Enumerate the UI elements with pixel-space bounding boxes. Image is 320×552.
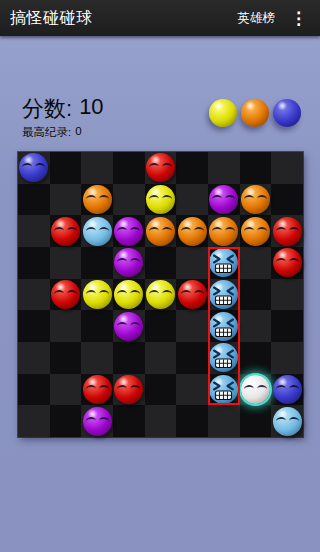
closed-eye-icon — [244, 385, 255, 394]
board-cell[interactable] — [240, 279, 272, 311]
closed-eye-icon — [149, 195, 160, 204]
closed-eye-icon — [244, 226, 255, 235]
closed-eye-icon — [212, 195, 223, 204]
closed-eye-icon — [212, 226, 223, 235]
ball-red[interactable] — [273, 217, 302, 246]
closed-eye-icon — [67, 226, 78, 235]
grimace-face-icon — [209, 343, 238, 372]
ball-grimace-blue[interactable] — [209, 312, 238, 341]
ball-orange[interactable] — [209, 217, 238, 246]
board-cell[interactable] — [208, 405, 240, 437]
closed-eye-icon — [149, 226, 160, 235]
board-cell[interactable] — [50, 310, 82, 342]
board-cell[interactable] — [240, 342, 272, 374]
board-cell[interactable] — [18, 310, 50, 342]
board-cell[interactable] — [271, 152, 303, 184]
ball-orange[interactable] — [241, 217, 270, 246]
board-cell[interactable] — [145, 152, 177, 184]
board-cell[interactable] — [145, 247, 177, 279]
board-cell[interactable] — [208, 152, 240, 184]
ball-purple[interactable] — [209, 185, 238, 214]
closed-eye-icon — [275, 385, 286, 394]
closed-eye-icon — [117, 385, 128, 394]
ball-orange[interactable] — [241, 185, 270, 214]
closed-eye-icon — [117, 321, 128, 330]
board-cell[interactable] — [240, 310, 272, 342]
record-value: 0 — [75, 125, 81, 140]
record-label: 最高纪录: — [22, 125, 71, 140]
board-cell[interactable] — [240, 215, 272, 247]
board-cell[interactable] — [145, 215, 177, 247]
grimace-face-icon — [209, 375, 238, 404]
closed-eye-icon — [180, 226, 191, 235]
board-cell[interactable] — [81, 215, 113, 247]
board-cell[interactable] — [176, 215, 208, 247]
ball-red[interactable] — [146, 153, 175, 182]
closed-eye-icon — [85, 290, 96, 299]
ball-orange[interactable] — [146, 217, 175, 246]
board-cell[interactable] — [145, 310, 177, 342]
board-cell[interactable] — [81, 184, 113, 216]
ball-purple[interactable] — [114, 217, 143, 246]
board-cell[interactable] — [145, 342, 177, 374]
closed-eye-icon — [288, 385, 299, 394]
closed-eye-icon — [162, 226, 173, 235]
game-board — [18, 152, 303, 437]
ball-red[interactable] — [114, 375, 143, 404]
board-cell[interactable] — [81, 374, 113, 406]
board-cell[interactable] — [113, 342, 145, 374]
ball-red[interactable] — [178, 280, 207, 309]
board-cell[interactable] — [113, 152, 145, 184]
board-cell[interactable] — [81, 310, 113, 342]
board-cell[interactable] — [271, 184, 303, 216]
board-cell[interactable] — [113, 405, 145, 437]
board-cell[interactable] — [18, 342, 50, 374]
closed-eye-icon — [85, 385, 96, 394]
board-cell[interactable] — [145, 279, 177, 311]
closed-eye-icon — [85, 416, 96, 425]
board-cell[interactable] — [81, 405, 113, 437]
closed-eye-icon — [275, 416, 286, 425]
closed-eye-icon — [193, 226, 204, 235]
closed-eye-icon — [130, 321, 141, 330]
closed-eye-icon — [257, 385, 268, 394]
closed-eye-icon — [35, 163, 46, 172]
closed-eye-icon — [130, 290, 141, 299]
board-cell[interactable] — [18, 247, 50, 279]
board-cell[interactable] — [271, 374, 303, 406]
closed-eye-icon — [162, 290, 173, 299]
board-cell[interactable] — [81, 279, 113, 311]
board-cell[interactable] — [240, 184, 272, 216]
closed-eye-icon — [162, 195, 173, 204]
board-cell[interactable] — [81, 247, 113, 279]
board-cell[interactable] — [176, 374, 208, 406]
closed-eye-icon — [180, 290, 191, 299]
ball-red[interactable] — [51, 217, 80, 246]
closed-eye-icon — [257, 226, 268, 235]
app-title: 搞怪碰碰球 — [10, 8, 93, 29]
board-cell[interactable] — [176, 247, 208, 279]
board-cell[interactable] — [271, 215, 303, 247]
ball-yellow[interactable] — [146, 185, 175, 214]
closed-eye-icon — [130, 226, 141, 235]
ball-white[interactable] — [241, 375, 270, 404]
closed-eye-icon — [98, 416, 109, 425]
ball-blue[interactable] — [19, 153, 48, 182]
closed-eye-icon — [85, 226, 96, 235]
board-cell[interactable] — [50, 152, 82, 184]
closed-eye-icon — [288, 416, 299, 425]
board-cell[interactable] — [113, 374, 145, 406]
board-cell[interactable] — [145, 405, 177, 437]
ball-grimace-blue[interactable] — [209, 375, 238, 404]
board-cell[interactable] — [240, 247, 272, 279]
closed-eye-icon — [225, 195, 236, 204]
board-cell[interactable] — [271, 405, 303, 437]
closed-eye-icon — [193, 290, 204, 299]
board-cell[interactable] — [208, 184, 240, 216]
closed-eye-icon — [98, 226, 109, 235]
board-cell[interactable] — [208, 374, 240, 406]
board-cell[interactable] — [113, 247, 145, 279]
ball-red[interactable] — [83, 375, 112, 404]
closed-eye-icon — [67, 290, 78, 299]
board-cell[interactable] — [176, 405, 208, 437]
closed-eye-icon — [117, 258, 128, 267]
ball-yellow[interactable] — [146, 280, 175, 309]
closed-eye-icon — [22, 163, 33, 172]
board-cell[interactable] — [50, 247, 82, 279]
board-cell[interactable] — [145, 184, 177, 216]
board-cell[interactable] — [18, 184, 50, 216]
closed-eye-icon — [130, 385, 141, 394]
board-cell[interactable] — [81, 342, 113, 374]
board-cell[interactable] — [208, 247, 240, 279]
ball-yellow[interactable] — [114, 280, 143, 309]
closed-eye-icon — [117, 290, 128, 299]
ball-yellow[interactable] — [83, 280, 112, 309]
ball-orange-preview — [241, 99, 269, 127]
board-cell[interactable] — [113, 215, 145, 247]
board-cell[interactable] — [113, 184, 145, 216]
board-cell[interactable] — [113, 279, 145, 311]
ball-purple[interactable] — [114, 312, 143, 341]
closed-eye-icon — [244, 195, 255, 204]
board-cell[interactable] — [208, 310, 240, 342]
board-cell[interactable] — [18, 405, 50, 437]
closed-eye-icon — [149, 163, 160, 172]
closed-eye-icon — [257, 195, 268, 204]
ball-red[interactable] — [273, 248, 302, 277]
ball-grimace-blue[interactable] — [209, 248, 238, 277]
board-cell[interactable] — [176, 310, 208, 342]
record-line: 最高纪录: 0 — [22, 125, 82, 140]
app-bar: 搞怪碰碰球 英雄榜 ⋮ — [0, 0, 320, 36]
closed-eye-icon — [288, 258, 299, 267]
score-line: 分数: 10 — [22, 94, 104, 124]
closed-eye-icon — [117, 226, 128, 235]
closed-eye-icon — [162, 163, 173, 172]
board-cell[interactable] — [50, 279, 82, 311]
board-cell[interactable] — [145, 374, 177, 406]
board-cell[interactable] — [240, 405, 272, 437]
board-cell[interactable] — [176, 152, 208, 184]
grimace-face-icon — [209, 248, 238, 277]
board-cell[interactable] — [18, 215, 50, 247]
app-bar-actions: 英雄榜 ⋮ — [238, 10, 311, 27]
closed-eye-icon — [275, 226, 286, 235]
leaderboard-button[interactable]: 英雄榜 — [238, 10, 276, 27]
ball-purple[interactable] — [83, 407, 112, 436]
board-cell[interactable] — [176, 279, 208, 311]
board-cell[interactable] — [240, 152, 272, 184]
board-cell[interactable] — [208, 215, 240, 247]
closed-eye-icon — [54, 226, 65, 235]
board-cell[interactable] — [113, 310, 145, 342]
closed-eye-icon — [275, 258, 286, 267]
board-cell[interactable] — [50, 215, 82, 247]
board-cell[interactable] — [240, 374, 272, 406]
board-cell[interactable] — [18, 279, 50, 311]
grimace-face-icon — [209, 280, 238, 309]
closed-eye-icon — [225, 226, 236, 235]
closed-eye-icon — [85, 195, 96, 204]
ball-light-blue[interactable] — [83, 217, 112, 246]
overflow-menu-icon[interactable]: ⋮ — [287, 10, 310, 27]
closed-eye-icon — [130, 258, 141, 267]
board-cell[interactable] — [271, 247, 303, 279]
ball-yellow-preview — [209, 99, 237, 127]
closed-eye-icon — [98, 290, 109, 299]
closed-eye-icon — [98, 385, 109, 394]
board-cell[interactable] — [50, 374, 82, 406]
board-cell[interactable] — [271, 342, 303, 374]
ball-blue[interactable] — [273, 375, 302, 404]
grimace-face-icon — [209, 312, 238, 341]
next-balls-tray — [209, 99, 301, 127]
board-cell[interactable] — [271, 279, 303, 311]
ball-red[interactable] — [51, 280, 80, 309]
board-cell[interactable] — [208, 279, 240, 311]
score-label: 分数: — [22, 94, 72, 124]
board-cell[interactable] — [208, 342, 240, 374]
ball-light-blue[interactable] — [273, 407, 302, 436]
ball-grimace-blue[interactable] — [209, 280, 238, 309]
closed-eye-icon — [288, 226, 299, 235]
board-cell[interactable] — [50, 405, 82, 437]
board-cell[interactable] — [81, 152, 113, 184]
board-cell[interactable] — [50, 342, 82, 374]
ball-blue-preview — [273, 99, 301, 127]
board-cell[interactable] — [50, 184, 82, 216]
board-cell[interactable] — [176, 184, 208, 216]
ball-grimace-blue[interactable] — [209, 343, 238, 372]
score-value: 10 — [79, 94, 103, 124]
ball-purple[interactable] — [114, 248, 143, 277]
closed-eye-icon — [149, 290, 160, 299]
board-cell[interactable] — [18, 152, 50, 184]
ball-orange[interactable] — [178, 217, 207, 246]
board-cell[interactable] — [271, 310, 303, 342]
closed-eye-icon — [98, 195, 109, 204]
closed-eye-icon — [54, 290, 65, 299]
ball-orange[interactable] — [83, 185, 112, 214]
board-cell[interactable] — [176, 342, 208, 374]
board-cell[interactable] — [18, 374, 50, 406]
